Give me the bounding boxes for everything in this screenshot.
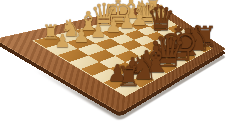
chess-set-product-photo: ♜♞♝♛♚♝♞♜♟♟♟♟♟♟♟♟♟♟♟♟♟♟♟♟♜♞♝♛♚♝♞♜♛♛ bbox=[0, 0, 228, 128]
chess-board bbox=[0, 3, 226, 113]
